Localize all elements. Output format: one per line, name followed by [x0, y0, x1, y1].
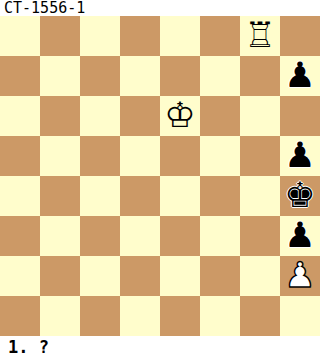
square-h3[interactable]: ♟ [280, 216, 320, 256]
move-prompt: 1. ? [0, 336, 320, 360]
square-d7[interactable] [120, 56, 160, 96]
square-b1[interactable] [40, 296, 80, 336]
square-d6[interactable] [120, 96, 160, 136]
square-h5[interactable]: ♟ [280, 136, 320, 176]
square-f6[interactable] [200, 96, 240, 136]
white-king[interactable]: ♔ [164, 98, 195, 133]
square-b5[interactable] [40, 136, 80, 176]
square-a6[interactable] [0, 96, 40, 136]
white-pawn[interactable]: ♟ [284, 258, 315, 293]
square-f3[interactable] [200, 216, 240, 256]
square-b8[interactable] [40, 16, 80, 56]
square-g4[interactable] [240, 176, 280, 216]
square-c8[interactable] [80, 16, 120, 56]
square-d4[interactable] [120, 176, 160, 216]
square-a7[interactable] [0, 56, 40, 96]
square-g5[interactable] [240, 136, 280, 176]
square-e2[interactable] [160, 256, 200, 296]
square-a2[interactable] [0, 256, 40, 296]
square-c3[interactable] [80, 216, 120, 256]
chess-board: ♖♟♔♟♚♟♟ [0, 16, 320, 336]
black-king[interactable]: ♚ [284, 178, 315, 213]
square-a3[interactable] [0, 216, 40, 256]
square-c7[interactable] [80, 56, 120, 96]
black-pawn[interactable]: ♟ [284, 218, 315, 253]
square-h8[interactable] [280, 16, 320, 56]
square-e3[interactable] [160, 216, 200, 256]
square-c4[interactable] [80, 176, 120, 216]
square-f5[interactable] [200, 136, 240, 176]
white-rook[interactable]: ♖ [244, 18, 275, 53]
square-f8[interactable] [200, 16, 240, 56]
square-h4[interactable]: ♚ [280, 176, 320, 216]
square-g2[interactable] [240, 256, 280, 296]
square-f7[interactable] [200, 56, 240, 96]
square-f2[interactable] [200, 256, 240, 296]
square-f4[interactable] [200, 176, 240, 216]
square-a4[interactable] [0, 176, 40, 216]
square-g6[interactable] [240, 96, 280, 136]
square-g7[interactable] [240, 56, 280, 96]
square-b4[interactable] [40, 176, 80, 216]
square-e7[interactable] [160, 56, 200, 96]
square-e6[interactable]: ♔ [160, 96, 200, 136]
square-d5[interactable] [120, 136, 160, 176]
square-b3[interactable] [40, 216, 80, 256]
square-h6[interactable] [280, 96, 320, 136]
square-b2[interactable] [40, 256, 80, 296]
square-h7[interactable]: ♟ [280, 56, 320, 96]
black-pawn[interactable]: ♟ [284, 138, 315, 173]
square-d8[interactable] [120, 16, 160, 56]
square-h2[interactable]: ♟ [280, 256, 320, 296]
black-pawn[interactable]: ♟ [284, 58, 315, 93]
square-h1[interactable] [280, 296, 320, 336]
square-a1[interactable] [0, 296, 40, 336]
square-c6[interactable] [80, 96, 120, 136]
square-g1[interactable] [240, 296, 280, 336]
square-a5[interactable] [0, 136, 40, 176]
square-a8[interactable] [0, 16, 40, 56]
square-d3[interactable] [120, 216, 160, 256]
square-b6[interactable] [40, 96, 80, 136]
square-c2[interactable] [80, 256, 120, 296]
square-f1[interactable] [200, 296, 240, 336]
square-d2[interactable] [120, 256, 160, 296]
square-e1[interactable] [160, 296, 200, 336]
square-c1[interactable] [80, 296, 120, 336]
square-d1[interactable] [120, 296, 160, 336]
square-e4[interactable] [160, 176, 200, 216]
square-g3[interactable] [240, 216, 280, 256]
square-e8[interactable] [160, 16, 200, 56]
square-b7[interactable] [40, 56, 80, 96]
square-c5[interactable] [80, 136, 120, 176]
square-g8[interactable]: ♖ [240, 16, 280, 56]
square-e5[interactable] [160, 136, 200, 176]
